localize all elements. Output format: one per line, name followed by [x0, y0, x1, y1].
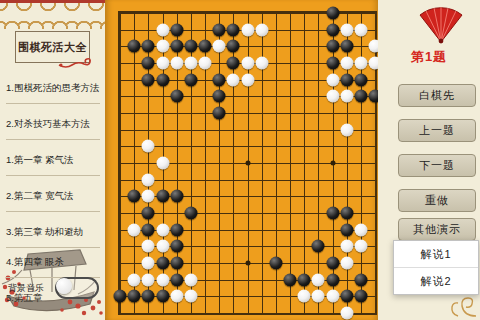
white-stone — [184, 290, 197, 303]
music-toggle-switch[interactable] — [55, 277, 99, 299]
black-stone — [128, 40, 141, 53]
black-stone — [326, 57, 339, 70]
sidebar-item-chapter2[interactable]: 2.第二章 宽气法 — [6, 190, 100, 212]
black-stone — [354, 73, 367, 86]
black-stone — [142, 57, 155, 70]
white-stone — [354, 23, 367, 36]
white-stone — [170, 57, 183, 70]
sidebar-item-chapter1[interactable]: 1.第一章 紧气法 — [6, 154, 100, 176]
black-stone — [354, 273, 367, 286]
black-stone — [156, 290, 169, 303]
black-stone — [326, 7, 339, 20]
problem-number-label: 第1题 — [378, 48, 480, 66]
black-stone — [213, 73, 226, 86]
white-stone — [312, 273, 325, 286]
black-stone — [170, 40, 183, 53]
go-board[interactable] — [118, 11, 377, 315]
star-point — [245, 261, 250, 266]
black-stone — [170, 223, 183, 236]
red-swirl-ornament — [58, 56, 92, 70]
white-stone — [255, 23, 268, 36]
white-stone — [213, 40, 226, 53]
white-stone — [128, 223, 141, 236]
white-stone — [340, 90, 353, 103]
black-stone — [184, 40, 197, 53]
black-stone — [340, 73, 353, 86]
black-stone — [354, 90, 367, 103]
sidebar-item-chapter3[interactable]: 3.第三章 劫和避劫 — [6, 226, 100, 248]
white-to-play-button[interactable]: 白棋先 — [398, 84, 476, 107]
white-stone — [156, 223, 169, 236]
white-stone — [156, 57, 169, 70]
white-stone — [142, 273, 155, 286]
white-stone — [340, 240, 353, 253]
black-stone — [326, 40, 339, 53]
white-stone — [340, 307, 353, 320]
white-stone — [255, 57, 268, 70]
demo-popup-menu: 解说1 解说2 — [393, 240, 479, 295]
commentary-1-menu-item[interactable]: 解说1 — [394, 241, 478, 267]
black-stone — [170, 273, 183, 286]
white-stone — [354, 240, 367, 253]
redo-button[interactable]: 重做 — [398, 189, 476, 212]
right-sidebar: 第1题 白棋先 上一题 下一题 重做 其他演示 解说1 解说2 — [378, 0, 480, 320]
white-stone — [142, 140, 155, 153]
star-point — [330, 161, 335, 166]
white-stone — [142, 190, 155, 203]
white-stone — [241, 73, 254, 86]
black-stone — [156, 257, 169, 270]
black-stone — [142, 223, 155, 236]
sidebar-item-thinking-methods[interactable]: 1.围棋死活的思考方法 — [6, 82, 100, 104]
white-stone — [340, 257, 353, 270]
white-stone — [156, 240, 169, 253]
black-stone — [284, 273, 297, 286]
black-stone — [184, 207, 197, 220]
black-stone — [213, 23, 226, 36]
white-stone — [156, 23, 169, 36]
black-stone — [340, 207, 353, 220]
black-stone — [269, 257, 282, 270]
black-stone — [213, 107, 226, 120]
black-stone — [298, 273, 311, 286]
black-stone — [184, 73, 197, 86]
black-stone — [199, 40, 212, 53]
black-stone — [156, 190, 169, 203]
toggle-knob-icon — [56, 278, 72, 294]
white-stone — [156, 157, 169, 170]
white-stone — [298, 290, 311, 303]
app-title-text: 围棋死活大全 — [18, 40, 87, 55]
go-board-panel — [105, 0, 378, 320]
white-stone — [354, 57, 367, 70]
white-stone — [354, 223, 367, 236]
black-stone — [340, 40, 353, 53]
white-stone — [142, 240, 155, 253]
black-stone — [170, 23, 183, 36]
black-stone — [142, 207, 155, 220]
black-stone — [213, 90, 226, 103]
white-stone — [241, 57, 254, 70]
black-stone — [326, 207, 339, 220]
black-stone — [326, 257, 339, 270]
black-stone — [312, 240, 325, 253]
white-stone — [156, 273, 169, 286]
white-stone — [199, 57, 212, 70]
white-stone — [128, 273, 141, 286]
white-stone — [312, 290, 325, 303]
black-stone — [227, 23, 240, 36]
previous-problem-button[interactable]: 上一题 — [398, 119, 476, 142]
black-stone — [114, 290, 127, 303]
black-stone — [128, 290, 141, 303]
white-stone — [340, 123, 353, 136]
black-stone — [142, 290, 155, 303]
black-stone — [142, 73, 155, 86]
star-point — [245, 161, 250, 166]
next-problem-button[interactable]: 下一题 — [398, 154, 476, 177]
white-stone — [340, 57, 353, 70]
gold-curl-ornament — [448, 292, 478, 318]
black-stone — [227, 57, 240, 70]
sidebar-item-capturing-basics[interactable]: 2.对杀技巧基本方法 — [6, 118, 100, 140]
white-stone — [184, 273, 197, 286]
cloud-wave-pattern — [0, 0, 105, 29]
black-stone — [326, 273, 339, 286]
background-music-label: 背景音乐 — [8, 282, 44, 295]
white-stone — [142, 257, 155, 270]
white-stone — [227, 73, 240, 86]
white-stone — [170, 290, 183, 303]
black-stone — [227, 40, 240, 53]
white-stone — [326, 73, 339, 86]
black-stone — [128, 190, 141, 203]
black-stone — [170, 90, 183, 103]
white-stone — [184, 57, 197, 70]
black-stone — [156, 73, 169, 86]
black-stone — [170, 257, 183, 270]
black-stone — [170, 190, 183, 203]
commentary-2-menu-item[interactable]: 解说2 — [394, 267, 478, 294]
white-stone — [326, 90, 339, 103]
white-stone — [142, 173, 155, 186]
black-stone — [340, 223, 353, 236]
white-stone — [241, 23, 254, 36]
white-stone — [340, 23, 353, 36]
black-stone — [326, 23, 339, 36]
other-demos-button[interactable]: 其他演示 — [398, 218, 476, 241]
black-stone — [354, 290, 367, 303]
white-stone — [326, 290, 339, 303]
black-stone — [340, 290, 353, 303]
white-stone — [156, 40, 169, 53]
sidebar-item-chapter4[interactable]: 4.第四章 眼杀 — [6, 256, 100, 278]
left-sidebar: 围棋死活大全 1.围棋死活的思考方法 2.对杀技巧基本方法 1.第一章 紧气法 … — [0, 0, 105, 320]
black-stone — [170, 240, 183, 253]
black-stone — [142, 40, 155, 53]
red-fan-icon — [412, 2, 470, 44]
